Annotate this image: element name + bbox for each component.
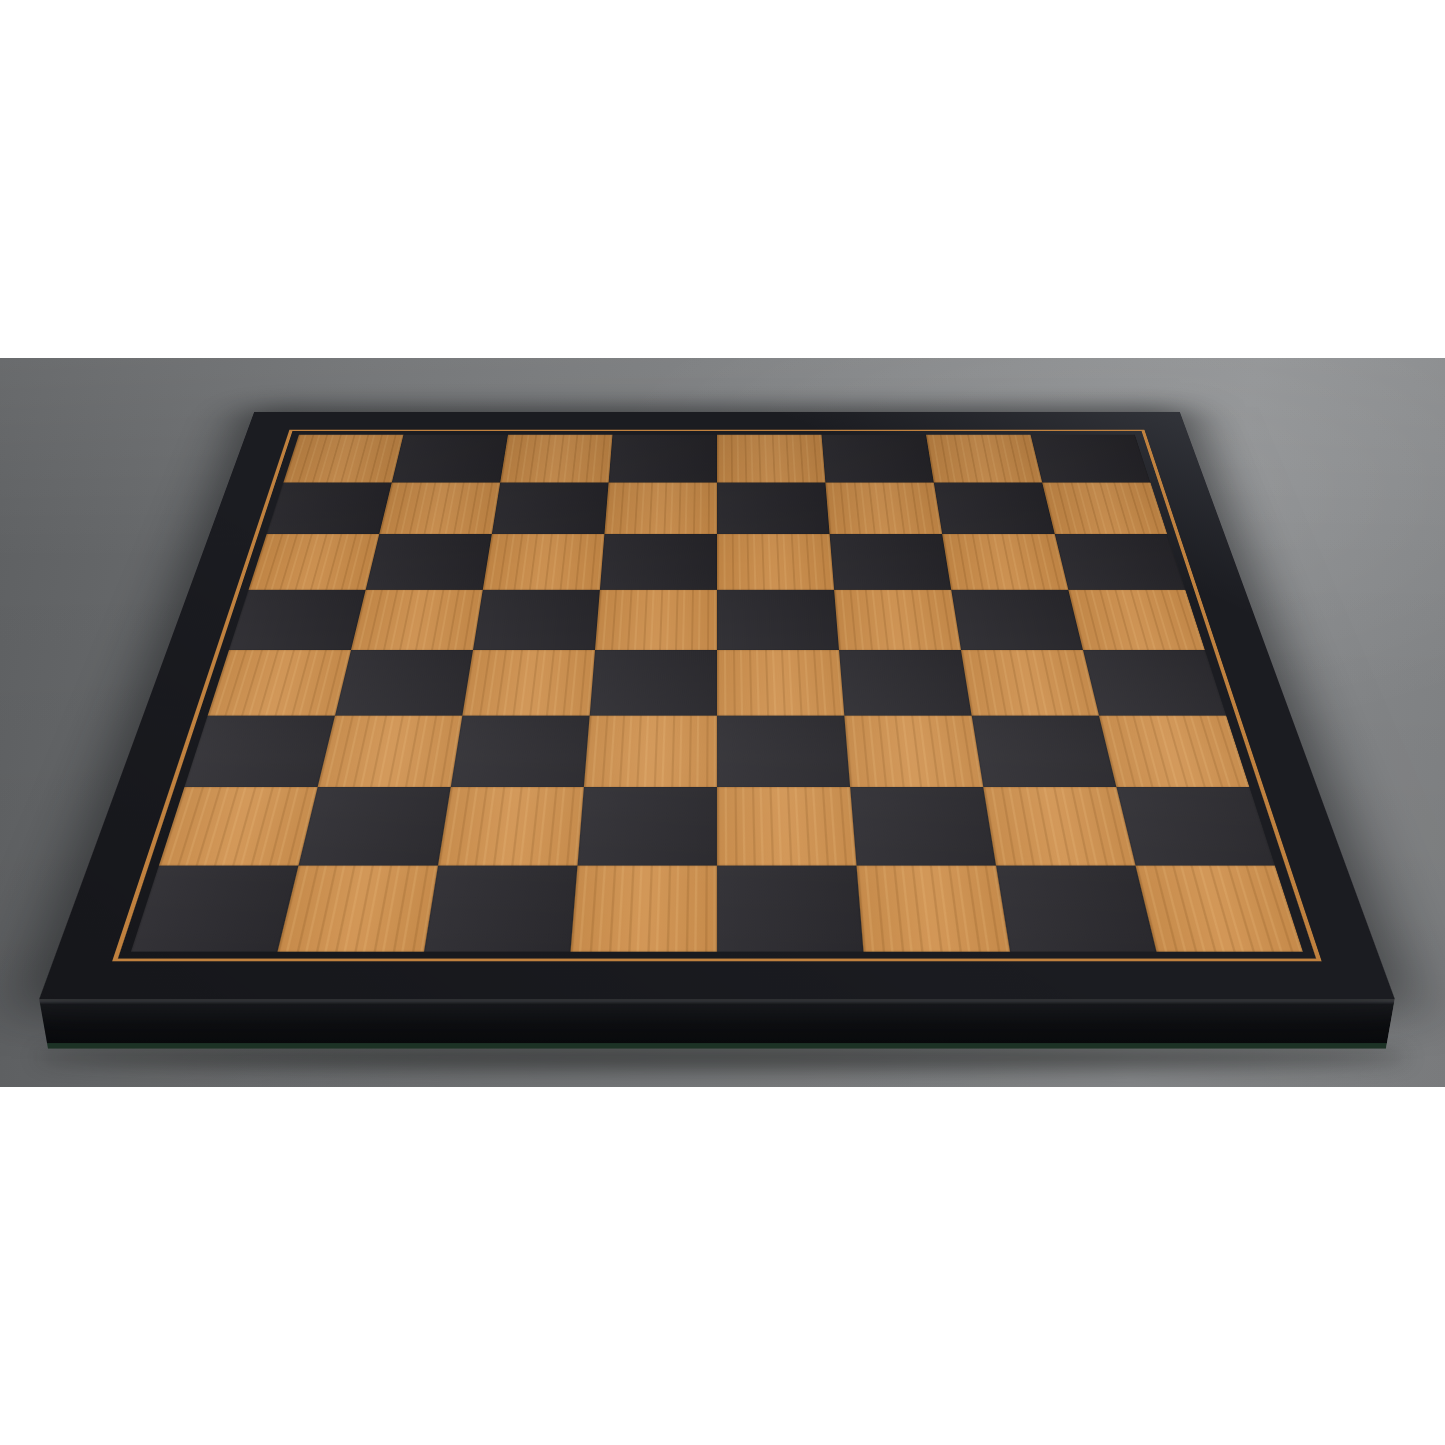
square-d8 (609, 435, 717, 483)
square-d6 (600, 534, 717, 590)
board-scene (0, 358, 1445, 1087)
square-f4 (839, 650, 972, 716)
square-b6 (366, 534, 492, 590)
square-b4 (335, 650, 473, 716)
square-d5 (595, 590, 717, 650)
square-h3 (1099, 716, 1250, 788)
square-g3 (972, 716, 1117, 788)
square-e8 (717, 435, 825, 483)
square-c2 (438, 787, 584, 865)
square-b5 (351, 590, 483, 650)
square-c5 (473, 590, 600, 650)
square-c7 (492, 483, 609, 535)
square-h8 (1031, 435, 1151, 483)
square-a8 (283, 435, 403, 483)
square-h7 (1042, 483, 1167, 535)
square-a1 (131, 866, 299, 952)
square-f7 (825, 483, 942, 535)
square-g4 (961, 650, 1099, 716)
square-c3 (451, 716, 590, 788)
square-b1 (277, 866, 438, 952)
square-f8 (822, 435, 934, 483)
square-h6 (1055, 534, 1186, 590)
square-f2 (850, 787, 996, 865)
square-g8 (926, 435, 1042, 483)
square-c1 (424, 866, 578, 952)
square-g7 (934, 483, 1055, 535)
square-b7 (379, 483, 500, 535)
square-b3 (318, 716, 463, 788)
square-f6 (830, 534, 952, 590)
square-g6 (942, 534, 1068, 590)
square-f5 (834, 590, 961, 650)
square-e7 (717, 483, 830, 535)
product-photo-backdrop (0, 358, 1445, 1087)
square-g2 (983, 787, 1135, 865)
square-e3 (717, 716, 850, 788)
square-a3 (184, 716, 335, 788)
square-d1 (570, 866, 717, 952)
square-c4 (462, 650, 595, 716)
square-a7 (267, 483, 392, 535)
square-h2 (1116, 787, 1275, 865)
square-b2 (298, 787, 450, 865)
square-a6 (249, 534, 380, 590)
square-d4 (590, 650, 717, 716)
square-d7 (604, 483, 717, 535)
square-a5 (229, 590, 366, 650)
square-d3 (584, 716, 717, 788)
square-e1 (717, 866, 864, 952)
square-c8 (500, 435, 612, 483)
square-f3 (844, 716, 983, 788)
square-h5 (1068, 590, 1205, 650)
square-h4 (1083, 650, 1226, 716)
white-margin-bottom (0, 1087, 1445, 1445)
square-a4 (208, 650, 351, 716)
square-g5 (951, 590, 1083, 650)
square-f1 (857, 866, 1011, 952)
square-c6 (483, 534, 605, 590)
white-margin-top (0, 0, 1445, 358)
board-front-edge (39, 999, 1395, 1049)
square-e5 (717, 590, 839, 650)
square-e4 (717, 650, 844, 716)
square-e2 (717, 787, 857, 865)
square-g1 (996, 866, 1157, 952)
square-e6 (717, 534, 834, 590)
chess-board (39, 412, 1395, 999)
square-h1 (1136, 866, 1304, 952)
board-field (131, 435, 1303, 952)
square-d2 (577, 787, 717, 865)
square-b8 (392, 435, 508, 483)
square-a2 (159, 787, 318, 865)
